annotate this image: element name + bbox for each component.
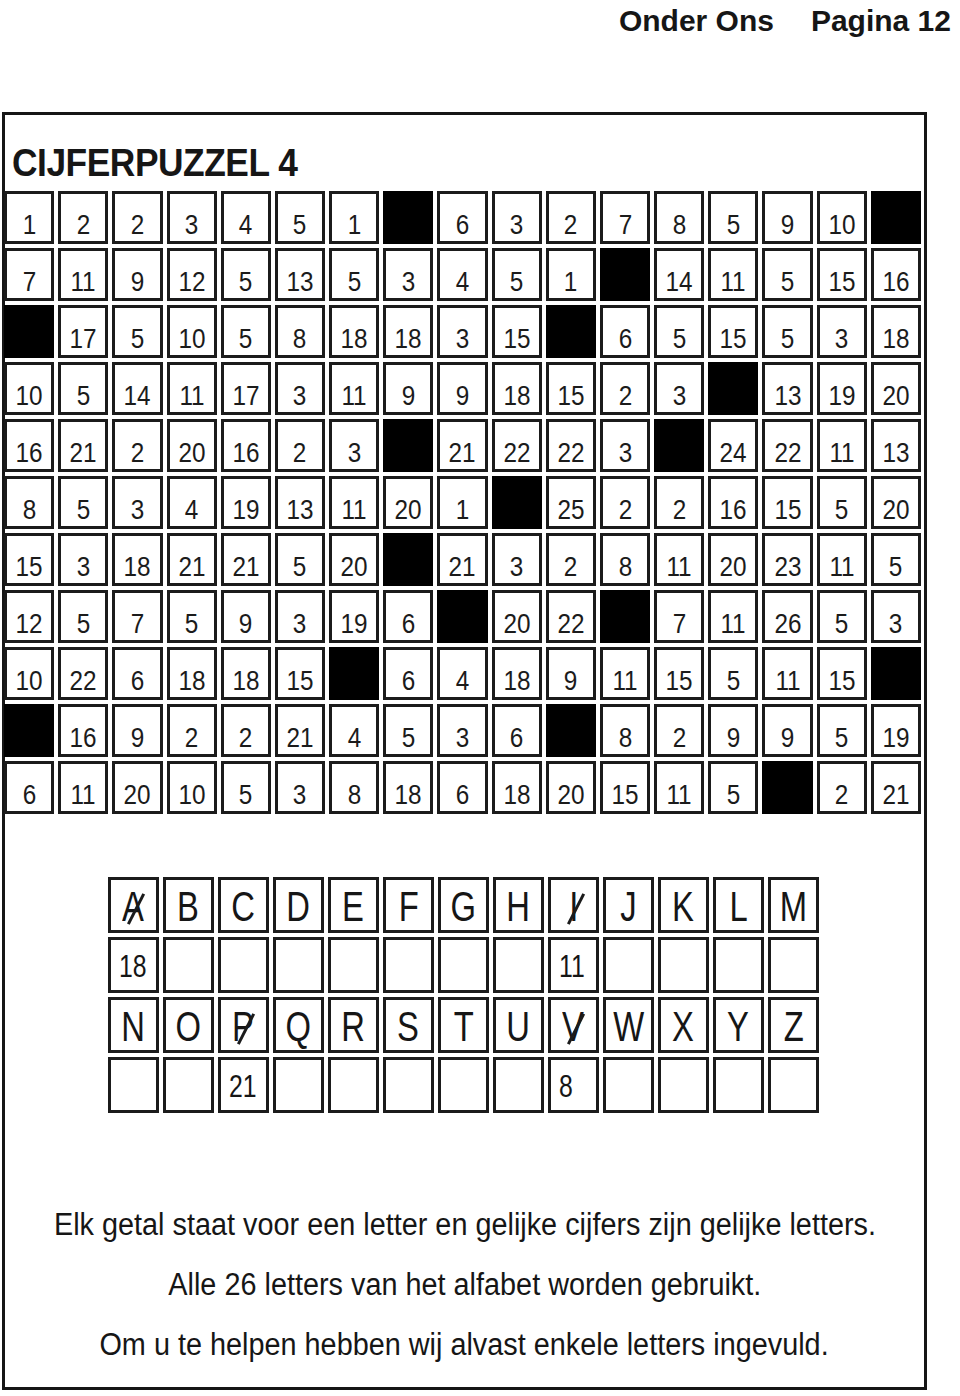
letter-cell[interactable]: 2 — [654, 704, 704, 757]
cell-number: 11 — [342, 497, 367, 524]
letter-cell[interactable]: 20 — [383, 476, 433, 529]
cell-number: 21 — [178, 554, 205, 581]
alphabet-letter-m: M — [768, 877, 819, 933]
letter-cell[interactable]: 20 — [112, 761, 162, 814]
letter-cell[interactable]: 23 — [762, 533, 812, 586]
letter-cell[interactable]: 18 — [383, 305, 433, 358]
alphabet-letter-t: T — [438, 997, 489, 1053]
letter-cell[interactable]: 5 — [221, 761, 271, 814]
letter-cell[interactable]: 17 — [221, 362, 271, 415]
letter-cell[interactable]: 22 — [762, 419, 812, 472]
alphabet-letter-p: P — [218, 997, 269, 1053]
cell-number: 10 — [828, 212, 855, 239]
letter-cell[interactable]: 2 — [817, 761, 867, 814]
letter-cell[interactable]: 16 — [221, 419, 271, 472]
cell-number: 18 — [395, 326, 422, 353]
cell-number: 2 — [564, 212, 578, 239]
letter-cell[interactable]: 18 — [492, 362, 542, 415]
letter-cell[interactable]: 15 — [817, 248, 867, 301]
letter-cell[interactable]: 20 — [708, 533, 758, 586]
letter-cell[interactable]: 19 — [329, 590, 379, 643]
cell-number: 20 — [882, 497, 909, 524]
letter-cell[interactable]: 3 — [600, 419, 650, 472]
cell-number: 11 — [71, 782, 96, 809]
letter-cell[interactable]: 15 — [654, 647, 704, 700]
letter-cell[interactable]: 15 — [275, 647, 325, 700]
letter-cell[interactable]: 2 — [600, 476, 650, 529]
letter-cell[interactable]: 8 — [329, 761, 379, 814]
letter-cell[interactable]: 9 — [437, 362, 487, 415]
letter-cell[interactable]: 12 — [4, 590, 54, 643]
letter-glyph: I — [569, 890, 578, 924]
alphabet-value-n[interactable] — [108, 1057, 159, 1113]
cell-number: 1 — [347, 212, 361, 239]
letter-cell[interactable]: 21 — [871, 761, 921, 814]
letter-cell[interactable]: 3 — [817, 305, 867, 358]
letter-cell[interactable]: 11 — [762, 647, 812, 700]
letter-cell[interactable]: 21 — [221, 533, 271, 586]
letter-cell[interactable]: 9 — [383, 362, 433, 415]
block-cell — [383, 191, 433, 244]
letter-cell[interactable]: 11 — [58, 761, 108, 814]
cell-number: 3 — [76, 554, 90, 581]
letter-cell[interactable]: 9 — [762, 704, 812, 757]
letter-cell[interactable]: 10 — [817, 191, 867, 244]
alphabet-value-j[interactable] — [603, 937, 654, 993]
cell-number: 2 — [293, 440, 307, 467]
letter-cell[interactable]: 7 — [4, 248, 54, 301]
letter-cell[interactable]: 4 — [437, 647, 487, 700]
letter-cell[interactable]: 5 — [383, 704, 433, 757]
alphabet-letter-x: X — [658, 997, 709, 1053]
cell-number: 2 — [835, 782, 849, 809]
letter-cell[interactable]: 3 — [275, 362, 325, 415]
letter-cell[interactable]: 9 — [112, 704, 162, 757]
cell-number: 5 — [347, 269, 361, 296]
letter-cell[interactable]: 5 — [708, 647, 758, 700]
letter-cell[interactable]: 6 — [383, 590, 433, 643]
letter-cell[interactable]: 4 — [437, 248, 487, 301]
letter-cell[interactable]: 20 — [871, 362, 921, 415]
letter-cell[interactable]: 5 — [329, 248, 379, 301]
cell-number: 2 — [131, 440, 145, 467]
letter-cell[interactable]: 3 — [437, 704, 487, 757]
cell-number: 21 — [449, 554, 476, 581]
block-cell — [383, 533, 433, 586]
letter-cell[interactable]: 15 — [817, 647, 867, 700]
cell-number: 13 — [774, 383, 801, 410]
cell-number: 2 — [618, 383, 632, 410]
letter-cell[interactable]: 15 — [4, 533, 54, 586]
cell-number: 22 — [70, 668, 97, 695]
cell-number: 9 — [239, 611, 253, 638]
letter-cell[interactable]: 5 — [58, 476, 108, 529]
cell-number: 5 — [239, 782, 253, 809]
alphabet-value-r[interactable] — [328, 1057, 379, 1113]
letter-glyph: D — [287, 890, 311, 924]
letter-cell[interactable]: 5 — [167, 590, 217, 643]
letter-cell[interactable]: 8 — [600, 533, 650, 586]
cell-number: 19 — [828, 383, 855, 410]
letter-cell[interactable]: 22 — [58, 647, 108, 700]
alphabet-value-d[interactable] — [273, 937, 324, 993]
cell-number: 2 — [185, 725, 199, 752]
letter-cell[interactable]: 18 — [871, 305, 921, 358]
letter-cell[interactable]: 9 — [546, 647, 596, 700]
cell-number: 5 — [402, 725, 416, 752]
letter-cell[interactable]: 8 — [654, 191, 704, 244]
letter-cell[interactable]: 20 — [871, 476, 921, 529]
alphabet-value-k[interactable] — [658, 937, 709, 993]
letter-cell[interactable]: 5 — [817, 704, 867, 757]
letter-cell[interactable]: 2 — [600, 362, 650, 415]
publication-name: Onder Ons — [619, 5, 774, 37]
letter-cell[interactable]: 11 — [167, 362, 217, 415]
letter-cell[interactable]: 21 — [437, 419, 487, 472]
letter-cell[interactable]: 3 — [58, 533, 108, 586]
letter-cell[interactable]: 9 — [762, 191, 812, 244]
alphabet-value-z[interactable] — [768, 1057, 819, 1113]
letter-cell[interactable]: 5 — [762, 248, 812, 301]
letter-cell[interactable]: 7 — [600, 191, 650, 244]
letter-cell[interactable]: 16 — [871, 248, 921, 301]
letter-cell[interactable]: 3 — [871, 590, 921, 643]
letter-glyph: C — [232, 890, 256, 924]
letter-cell[interactable]: 26 — [762, 590, 812, 643]
letter-cell[interactable]: 3 — [167, 191, 217, 244]
letter-cell[interactable]: 13 — [275, 476, 325, 529]
letter-cell[interactable]: 6 — [600, 305, 650, 358]
letter-cell[interactable]: 11 — [600, 647, 650, 700]
cell-number: 4 — [456, 668, 470, 695]
alphabet-value-l[interactable] — [713, 937, 764, 993]
letter-cell[interactable]: 22 — [492, 419, 542, 472]
puzzle-frame: CIJFERPUZZEL 4 1223451632785910711912513… — [2, 112, 927, 1390]
cell-number: 2 — [76, 212, 90, 239]
letter-cell[interactable]: 3 — [492, 533, 542, 586]
letter-cell[interactable]: 15 — [492, 305, 542, 358]
cell-number: 12 — [178, 269, 205, 296]
letter-glyph: W — [613, 1010, 644, 1044]
cell-number: 17 — [70, 326, 97, 353]
letter-cell[interactable]: 11 — [329, 476, 379, 529]
letter-cell[interactable]: 5 — [708, 191, 758, 244]
letter-cell[interactable]: 20 — [167, 419, 217, 472]
cell-number: 8 — [618, 725, 632, 752]
letter-cell[interactable]: 3 — [492, 191, 542, 244]
letter-cell[interactable]: 10 — [4, 647, 54, 700]
alphabet-letter-o: O — [163, 997, 214, 1053]
cell-number: 18 — [503, 383, 530, 410]
alphabet-value-f[interactable] — [383, 937, 434, 993]
cell-number: 15 — [720, 326, 747, 353]
letter-cell[interactable]: 3 — [329, 419, 379, 472]
letter-cell[interactable]: 5 — [221, 305, 271, 358]
cell-number: 5 — [76, 611, 90, 638]
cell-number: 10 — [16, 668, 43, 695]
letter-cell[interactable]: 9 — [221, 590, 271, 643]
letter-glyph: J — [620, 890, 636, 924]
cell-number: 9 — [131, 269, 145, 296]
cell-number: 7 — [618, 212, 632, 239]
letter-cell[interactable]: 19 — [871, 704, 921, 757]
cell-number: 13 — [286, 269, 313, 296]
letter-cell[interactable]: 6 — [4, 761, 54, 814]
letter-cell[interactable]: 22 — [546, 590, 596, 643]
alphabet-value-u[interactable] — [493, 1057, 544, 1113]
letter-cell[interactable]: 15 — [708, 305, 758, 358]
cell-number: 5 — [889, 554, 903, 581]
alphabet-letter-k: K — [658, 877, 709, 933]
cell-number: 15 — [828, 269, 855, 296]
letter-cell[interactable]: 2 — [546, 191, 596, 244]
alphabet-letter-j: J — [603, 877, 654, 933]
letter-cell[interactable]: 5 — [58, 362, 108, 415]
cell-number: 18 — [178, 668, 205, 695]
letter-cell[interactable]: 13 — [871, 419, 921, 472]
letter-cell[interactable]: 3 — [437, 305, 487, 358]
letter-cell[interactable]: 20 — [329, 533, 379, 586]
cell-number: 3 — [835, 326, 849, 353]
letter-cell[interactable]: 1 — [329, 191, 379, 244]
letter-cell[interactable]: 11 — [817, 533, 867, 586]
block-cell — [654, 419, 704, 472]
letter-cell[interactable]: 14 — [112, 362, 162, 415]
block-cell — [437, 590, 487, 643]
given-number: 11 — [559, 951, 585, 982]
alphabet-value-o[interactable] — [163, 1057, 214, 1113]
letter-cell[interactable]: 5 — [654, 305, 704, 358]
cell-number: 20 — [341, 554, 368, 581]
cell-number: 5 — [185, 611, 199, 638]
letter-cell[interactable]: 5 — [762, 305, 812, 358]
cell-number: 1 — [456, 497, 470, 524]
letter-cell[interactable]: 21 — [437, 533, 487, 586]
cell-number: 14 — [666, 269, 693, 296]
letter-cell[interactable]: 5 — [58, 590, 108, 643]
instructions: Elk getal staat voor een letter en gelij… — [5, 1195, 924, 1375]
letter-cell[interactable]: 1 — [546, 248, 596, 301]
cell-number: 18 — [232, 668, 259, 695]
letter-cell[interactable]: 2 — [112, 419, 162, 472]
letter-cell[interactable]: 21 — [167, 533, 217, 586]
letter-cell[interactable]: 3 — [275, 590, 325, 643]
letter-cell[interactable]: 6 — [437, 761, 487, 814]
cell-number: 4 — [185, 497, 199, 524]
cell-number: 18 — [503, 782, 530, 809]
letter-cell[interactable]: 9 — [112, 248, 162, 301]
letter-cell[interactable]: 20 — [492, 590, 542, 643]
alphabet-value-t[interactable] — [438, 1057, 489, 1113]
letter-cell[interactable]: 18 — [329, 305, 379, 358]
letter-cell[interactable]: 15 — [600, 761, 650, 814]
letter-cell[interactable]: 25 — [546, 476, 596, 529]
letter-cell[interactable]: 4 — [221, 191, 271, 244]
letter-cell[interactable]: 19 — [817, 362, 867, 415]
letter-cell[interactable]: 8 — [275, 305, 325, 358]
instruction-line-1: Elk getal staat voor een letter en gelij… — [5, 1195, 924, 1255]
cell-number: 11 — [179, 383, 204, 410]
letter-cell[interactable]: 10 — [4, 362, 54, 415]
letter-cell[interactable]: 18 — [221, 647, 271, 700]
cell-number: 22 — [557, 611, 584, 638]
cell-number: 18 — [503, 668, 530, 695]
letter-cell[interactable]: 2 — [167, 704, 217, 757]
alphabet-letter-q: Q — [273, 997, 324, 1053]
letter-cell[interactable]: 4 — [167, 476, 217, 529]
letter-cell[interactable]: 19 — [221, 476, 271, 529]
given-number: 21 — [229, 1071, 257, 1102]
letter-cell[interactable]: 2 — [275, 419, 325, 472]
letter-cell[interactable]: 2 — [546, 533, 596, 586]
letter-glyph: B — [178, 890, 200, 924]
letter-cell[interactable]: 11 — [817, 419, 867, 472]
alphabet-value-p[interactable]: 21 — [218, 1057, 269, 1113]
letter-cell[interactable]: 16 — [708, 476, 758, 529]
alphabet-value-x[interactable] — [658, 1057, 709, 1113]
letter-cell[interactable]: 2 — [654, 476, 704, 529]
cell-number: 2 — [239, 725, 253, 752]
letter-cell[interactable]: 2 — [112, 191, 162, 244]
letter-cell[interactable]: 12 — [167, 248, 217, 301]
letter-cell[interactable]: 15 — [546, 362, 596, 415]
alphabet-value-a[interactable]: 18 — [108, 937, 159, 993]
letter-cell[interactable]: 8 — [4, 476, 54, 529]
letter-cell[interactable]: 5 — [275, 191, 325, 244]
cell-number: 15 — [774, 497, 801, 524]
cell-number: 5 — [727, 668, 741, 695]
letter-cell[interactable]: 10 — [167, 761, 217, 814]
letter-cell[interactable]: 18 — [112, 533, 162, 586]
cell-number: 5 — [76, 497, 90, 524]
letter-cell[interactable]: 11 — [654, 533, 704, 586]
letter-cell[interactable]: 4 — [329, 704, 379, 757]
cell-number: 8 — [293, 326, 307, 353]
alphabet-value-c[interactable] — [218, 937, 269, 993]
letter-cell[interactable]: 9 — [708, 704, 758, 757]
cell-number: 5 — [835, 725, 849, 752]
letter-cell[interactable]: 1 — [437, 476, 487, 529]
cell-number: 15 — [16, 554, 43, 581]
letter-cell[interactable]: 15 — [762, 476, 812, 529]
letter-cell[interactable]: 17 — [58, 305, 108, 358]
letter-cell[interactable]: 5 — [112, 305, 162, 358]
letter-cell[interactable]: 6 — [383, 647, 433, 700]
alphabet-value-q[interactable] — [273, 1057, 324, 1113]
alphabet-value-y[interactable] — [713, 1057, 764, 1113]
letter-cell[interactable]: 2 — [58, 191, 108, 244]
cell-number: 8 — [618, 554, 632, 581]
letter-glyph: K — [673, 890, 695, 924]
alphabet-value-h[interactable] — [493, 937, 544, 993]
letter-cell[interactable]: 14 — [654, 248, 704, 301]
alphabet-value-s[interactable] — [383, 1057, 434, 1113]
letter-cell[interactable]: 11 — [329, 362, 379, 415]
letter-cell[interactable]: 11 — [708, 590, 758, 643]
block-cell — [600, 590, 650, 643]
letter-cell[interactable]: 18 — [383, 761, 433, 814]
alphabet-value-g[interactable] — [438, 937, 489, 993]
letter-glyph: T — [453, 1010, 473, 1044]
letter-cell[interactable]: 5 — [817, 590, 867, 643]
alphabet-value-v[interactable]: 8 — [548, 1057, 599, 1113]
letter-cell[interactable]: 11 — [58, 248, 108, 301]
cell-number: 9 — [456, 383, 470, 410]
cell-number: 11 — [342, 383, 367, 410]
letter-cell[interactable]: 21 — [275, 704, 325, 757]
letter-cell[interactable]: 6 — [437, 191, 487, 244]
letter-cell[interactable]: 20 — [546, 761, 596, 814]
letter-cell[interactable]: 16 — [58, 704, 108, 757]
letter-cell[interactable]: 5 — [871, 533, 921, 586]
letter-cell[interactable]: 18 — [492, 647, 542, 700]
letter-cell[interactable]: 1 — [4, 191, 54, 244]
instruction-line-2: Alle 26 letters van het alfabet worden g… — [5, 1255, 924, 1315]
letter-cell[interactable]: 13 — [275, 248, 325, 301]
letter-cell[interactable]: 11 — [654, 761, 704, 814]
letter-cell[interactable]: 11 — [708, 248, 758, 301]
letter-cell[interactable]: 10 — [167, 305, 217, 358]
letter-cell[interactable]: 2 — [221, 704, 271, 757]
cell-number: 12 — [16, 611, 43, 638]
letter-glyph: N — [122, 1010, 146, 1044]
letter-cell[interactable]: 24 — [708, 419, 758, 472]
cell-number: 14 — [124, 383, 151, 410]
alphabet-value-e[interactable] — [328, 937, 379, 993]
alphabet-value-w[interactable] — [603, 1057, 654, 1113]
letter-cell[interactable]: 21 — [58, 419, 108, 472]
cell-number: 3 — [510, 212, 524, 239]
letter-cell[interactable]: 22 — [546, 419, 596, 472]
alphabet-value-m[interactable] — [768, 937, 819, 993]
letter-cell[interactable]: 3 — [654, 362, 704, 415]
letter-cell[interactable]: 5 — [492, 248, 542, 301]
letter-cell[interactable]: 13 — [762, 362, 812, 415]
alphabet-table: ABCDEFGHIJKLM1811NOPQRSTUVWXYZ218 — [108, 877, 819, 1113]
letter-cell[interactable]: 18 — [167, 647, 217, 700]
cell-number: 3 — [456, 725, 470, 752]
letter-glyph: F — [398, 890, 418, 924]
letter-cell[interactable]: 6 — [112, 647, 162, 700]
letter-cell[interactable]: 5 — [817, 476, 867, 529]
letter-cell[interactable]: 5 — [275, 533, 325, 586]
puzzle-grid: 1223451632785910711912513534511411515161… — [4, 191, 921, 814]
letter-cell[interactable]: 8 — [600, 704, 650, 757]
alphabet-letter-v: V — [548, 997, 599, 1053]
cell-number: 19 — [882, 725, 909, 752]
alphabet-letter-h: H — [493, 877, 544, 933]
cell-number: 20 — [178, 440, 205, 467]
alphabet-value-i[interactable]: 11 — [548, 937, 599, 993]
letter-cell[interactable]: 7 — [112, 590, 162, 643]
letter-cell[interactable]: 7 — [654, 590, 704, 643]
alphabet-letter-s: S — [383, 997, 434, 1053]
letter-cell[interactable]: 18 — [492, 761, 542, 814]
letter-cell[interactable]: 6 — [492, 704, 542, 757]
letter-cell[interactable]: 5 — [221, 248, 271, 301]
letter-cell[interactable]: 5 — [708, 761, 758, 814]
letter-cell[interactable]: 3 — [275, 761, 325, 814]
cell-number: 6 — [510, 725, 524, 752]
alphabet-letter-d: D — [273, 877, 324, 933]
cell-number: 5 — [727, 782, 741, 809]
letter-cell[interactable]: 16 — [4, 419, 54, 472]
alphabet-value-b[interactable] — [163, 937, 214, 993]
cell-number: 10 — [178, 326, 205, 353]
letter-cell[interactable]: 3 — [112, 476, 162, 529]
cell-number: 10 — [16, 383, 43, 410]
letter-cell[interactable]: 3 — [383, 248, 433, 301]
